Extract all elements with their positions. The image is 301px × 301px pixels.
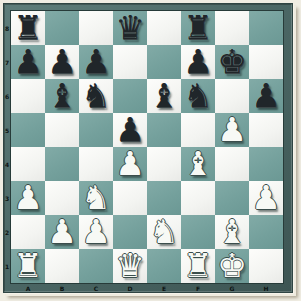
square-f8[interactable]: ♜ [181,11,215,45]
black-pawn-f7[interactable]: ♟ [183,45,213,78]
square-a7[interactable]: ♟ [11,45,45,79]
square-d6[interactable] [113,79,147,113]
square-f5[interactable] [181,113,215,147]
square-b6[interactable]: ♝ [45,79,79,113]
square-f2[interactable] [181,215,215,249]
square-h6[interactable]: ♟ [249,79,283,113]
square-h8[interactable] [249,11,283,45]
square-a4[interactable] [11,147,45,181]
square-h7[interactable] [249,45,283,79]
file-label-e: E [147,285,181,293]
square-e3[interactable] [147,181,181,215]
square-c4[interactable] [79,147,113,181]
rank-label-3: 3 [3,195,11,202]
square-b1[interactable] [45,249,79,283]
square-h2[interactable] [249,215,283,249]
square-e4[interactable] [147,147,181,181]
square-h1[interactable] [249,249,283,283]
white-rook-a1[interactable]: ♜ [13,249,43,282]
square-f4[interactable]: ♝ [181,147,215,181]
white-bishop-f4[interactable]: ♝ [183,147,213,180]
square-d1[interactable]: ♛ [113,249,147,283]
square-g7[interactable]: ♚ [215,45,249,79]
black-rook-a8[interactable]: ♜ [13,11,43,44]
square-h3[interactable]: ♟ [249,181,283,215]
square-f3[interactable] [181,181,215,215]
file-label-f: F [181,285,215,293]
square-d5[interactable]: ♟ [113,113,147,147]
white-king-g1[interactable]: ♚ [217,249,247,282]
square-b3[interactable] [45,181,79,215]
chess-diagram: ♜♛♜♟♟♟♟♚♝♞♝♞♟♟♟♟♝♟♞♟♟♟♞♝♜♛♜♚ 87654321ABC… [0,0,301,301]
square-d4[interactable]: ♟ [113,147,147,181]
square-d3[interactable] [113,181,147,215]
square-b2[interactable]: ♟ [45,215,79,249]
square-c3[interactable]: ♞ [79,181,113,215]
white-pawn-g5[interactable]: ♟ [217,113,247,146]
black-pawn-h6[interactable]: ♟ [251,79,281,112]
square-f6[interactable]: ♞ [181,79,215,113]
square-e1[interactable] [147,249,181,283]
square-h5[interactable] [249,113,283,147]
square-e6[interactable]: ♝ [147,79,181,113]
square-g4[interactable] [215,147,249,181]
chess-board[interactable]: ♜♛♜♟♟♟♟♚♝♞♝♞♟♟♟♟♝♟♞♟♟♟♞♝♜♛♜♚ [11,11,283,283]
black-bishop-e6[interactable]: ♝ [149,79,179,112]
square-c5[interactable] [79,113,113,147]
square-c7[interactable]: ♟ [79,45,113,79]
square-b4[interactable] [45,147,79,181]
white-pawn-b2[interactable]: ♟ [47,215,77,248]
square-c2[interactable]: ♟ [79,215,113,249]
black-queen-d8[interactable]: ♛ [115,11,145,44]
rank-label-5: 5 [3,127,11,134]
square-d7[interactable] [113,45,147,79]
file-label-d: D [113,285,147,293]
black-bishop-b6[interactable]: ♝ [47,79,77,112]
file-label-g: G [215,285,249,293]
square-a3[interactable]: ♟ [11,181,45,215]
square-e7[interactable] [147,45,181,79]
square-b8[interactable] [45,11,79,45]
square-d2[interactable] [113,215,147,249]
black-knight-f6[interactable]: ♞ [183,79,213,112]
file-label-b: B [45,285,79,293]
white-bishop-g2[interactable]: ♝ [217,215,247,248]
square-g8[interactable] [215,11,249,45]
square-g1[interactable]: ♚ [215,249,249,283]
square-c6[interactable]: ♞ [79,79,113,113]
white-pawn-d4[interactable]: ♟ [115,147,145,180]
file-label-h: H [249,285,283,293]
square-e8[interactable] [147,11,181,45]
rank-label-4: 4 [3,161,11,168]
square-a1[interactable]: ♜ [11,249,45,283]
square-c1[interactable] [79,249,113,283]
black-pawn-a7[interactable]: ♟ [13,45,43,78]
square-e2[interactable]: ♞ [147,215,181,249]
white-knight-c3[interactable]: ♞ [81,181,111,214]
square-a2[interactable] [11,215,45,249]
white-queen-d1[interactable]: ♛ [115,249,145,282]
square-e5[interactable] [147,113,181,147]
file-label-c: C [79,285,113,293]
black-king-g7[interactable]: ♚ [217,45,247,78]
black-pawn-c7[interactable]: ♟ [81,45,111,78]
square-b7[interactable]: ♟ [45,45,79,79]
square-g5[interactable]: ♟ [215,113,249,147]
white-pawn-c2[interactable]: ♟ [81,215,111,248]
file-label-a: A [11,285,45,293]
rank-label-2: 2 [3,229,11,236]
black-rook-f8[interactable]: ♜ [183,11,213,44]
square-g3[interactable] [215,181,249,215]
rank-label-6: 6 [3,93,11,100]
black-pawn-b7[interactable]: ♟ [47,45,77,78]
square-a5[interactable] [11,113,45,147]
square-g2[interactable]: ♝ [215,215,249,249]
square-a6[interactable] [11,79,45,113]
square-h4[interactable] [249,147,283,181]
white-pawn-a3[interactable]: ♟ [13,181,43,214]
white-rook-f1[interactable]: ♜ [183,249,213,282]
square-f7[interactable]: ♟ [181,45,215,79]
black-knight-c6[interactable]: ♞ [81,79,111,112]
rank-label-1: 1 [3,263,11,270]
square-f1[interactable]: ♜ [181,249,215,283]
square-a8[interactable]: ♜ [11,11,45,45]
rank-label-8: 8 [3,25,11,32]
white-pawn-h3[interactable]: ♟ [251,181,281,214]
rank-label-7: 7 [3,59,11,66]
square-c8[interactable] [79,11,113,45]
white-knight-e2[interactable]: ♞ [149,215,179,248]
square-d8[interactable]: ♛ [113,11,147,45]
square-g6[interactable] [215,79,249,113]
square-b5[interactable] [45,113,79,147]
black-pawn-d5[interactable]: ♟ [115,113,145,146]
